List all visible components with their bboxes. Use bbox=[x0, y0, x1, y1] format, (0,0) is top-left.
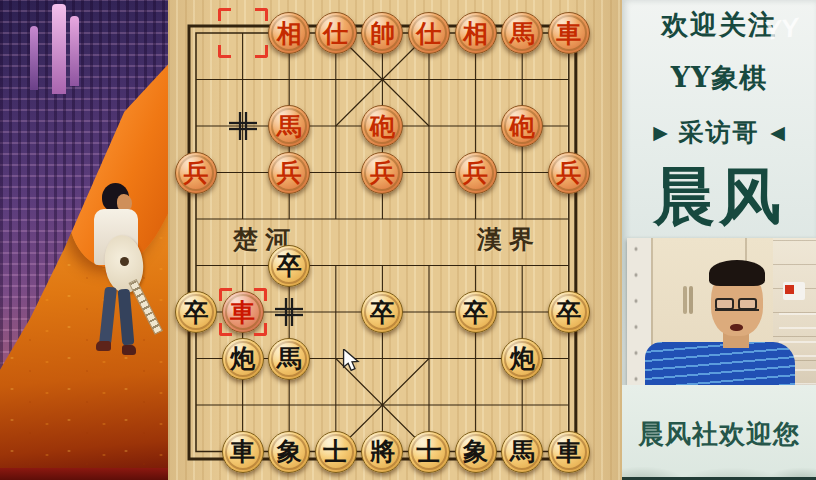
piece-red-兵[interactable]: 兵 bbox=[361, 152, 403, 194]
mountain-silhouette bbox=[622, 452, 816, 478]
streamer-mouth bbox=[730, 324, 743, 331]
xiangqi-board[interactable]: 楚河 漢界 相仕帥仕相馬車馬砲砲兵兵兵兵兵車卒卒卒卒卒炮馬炮車象士將士象馬車 bbox=[168, 0, 622, 480]
stream-info-panel: 欢迎关注 YY YY象棋 ▶ 采访哥 ◀ 晨风 bbox=[622, 0, 816, 480]
cross-marker bbox=[274, 297, 304, 327]
guitar-neck bbox=[128, 279, 162, 335]
banner-line-channel: YY象棋 bbox=[622, 60, 816, 96]
piece-black-士[interactable]: 士 bbox=[408, 431, 450, 473]
stream-banner: 欢迎关注 YY YY象棋 ▶ 采访哥 ◀ 晨风 bbox=[622, 0, 816, 235]
piece-red-馬[interactable]: 馬 bbox=[268, 105, 310, 147]
selection-bracket bbox=[254, 288, 267, 301]
movie-poster bbox=[0, 0, 168, 480]
piece-black-將[interactable]: 將 bbox=[361, 431, 403, 473]
river-label-han: 漢界 bbox=[464, 223, 554, 256]
red-label bbox=[785, 285, 794, 294]
piece-black-士[interactable]: 士 bbox=[315, 431, 357, 473]
piece-red-兵[interactable]: 兵 bbox=[455, 152, 497, 194]
city-tower bbox=[70, 16, 79, 86]
selection-bracket bbox=[254, 323, 267, 336]
poster-bottom-strip bbox=[0, 468, 168, 480]
door-handle bbox=[683, 286, 687, 314]
city-tower bbox=[52, 4, 66, 94]
banner-line-host: ▶ 采访哥 ◀ bbox=[622, 116, 816, 149]
piece-red-兵[interactable]: 兵 bbox=[175, 152, 217, 194]
piece-red-相[interactable]: 相 bbox=[455, 12, 497, 54]
piece-black-卒[interactable]: 卒 bbox=[175, 291, 217, 333]
piece-black-象[interactable]: 象 bbox=[268, 431, 310, 473]
banner-line-streamer-name: 晨风 bbox=[622, 155, 816, 239]
footer-banner: 晨风社欢迎您 bbox=[622, 385, 816, 480]
streamer-shirt bbox=[645, 342, 795, 385]
piece-red-車[interactable]: 車 bbox=[222, 291, 264, 333]
city-tower bbox=[30, 26, 38, 90]
streamer-hair bbox=[709, 260, 765, 286]
xiangqi-stream-screen: 楚河 漢界 相仕帥仕相馬車馬砲砲兵兵兵兵兵車卒卒卒卒卒炮馬炮車象士將士象馬車 欢… bbox=[0, 0, 816, 480]
piece-black-炮[interactable]: 炮 bbox=[222, 338, 264, 380]
piece-red-相[interactable]: 相 bbox=[268, 12, 310, 54]
cross-marker bbox=[228, 111, 258, 141]
footer-welcome-text: 晨风社欢迎您 bbox=[622, 417, 816, 452]
piece-red-車[interactable]: 車 bbox=[548, 12, 590, 54]
piece-black-車[interactable]: 車 bbox=[222, 431, 264, 473]
mouse-cursor bbox=[342, 349, 360, 372]
boy-with-guitar bbox=[88, 183, 160, 359]
piece-black-炮[interactable]: 炮 bbox=[501, 338, 543, 380]
selection-bracket bbox=[219, 323, 232, 336]
move-origin-marker bbox=[222, 12, 264, 54]
yy-logo-watermark: YY bbox=[762, 12, 801, 48]
glasses bbox=[715, 298, 759, 311]
piece-red-兵[interactable]: 兵 bbox=[268, 152, 310, 194]
piece-black-卒[interactable]: 卒 bbox=[548, 291, 590, 333]
piece-red-仕[interactable]: 仕 bbox=[408, 12, 450, 54]
piece-black-象[interactable]: 象 bbox=[455, 431, 497, 473]
piece-red-兵[interactable]: 兵 bbox=[548, 152, 590, 194]
host-name: 采访哥 bbox=[679, 118, 760, 147]
piece-black-馬[interactable]: 馬 bbox=[501, 431, 543, 473]
right-arrow-icon: ◀ bbox=[770, 121, 785, 143]
piece-red-仕[interactable]: 仕 bbox=[315, 12, 357, 54]
piece-red-砲[interactable]: 砲 bbox=[501, 105, 543, 147]
piece-black-車[interactable]: 車 bbox=[548, 431, 590, 473]
piece-black-卒[interactable]: 卒 bbox=[268, 245, 310, 287]
selection-bracket bbox=[219, 288, 232, 301]
piece-red-馬[interactable]: 馬 bbox=[501, 12, 543, 54]
piece-black-卒[interactable]: 卒 bbox=[455, 291, 497, 333]
webcam-view bbox=[627, 238, 816, 385]
left-arrow-icon: ▶ bbox=[653, 121, 668, 143]
piece-black-馬[interactable]: 馬 bbox=[268, 338, 310, 380]
